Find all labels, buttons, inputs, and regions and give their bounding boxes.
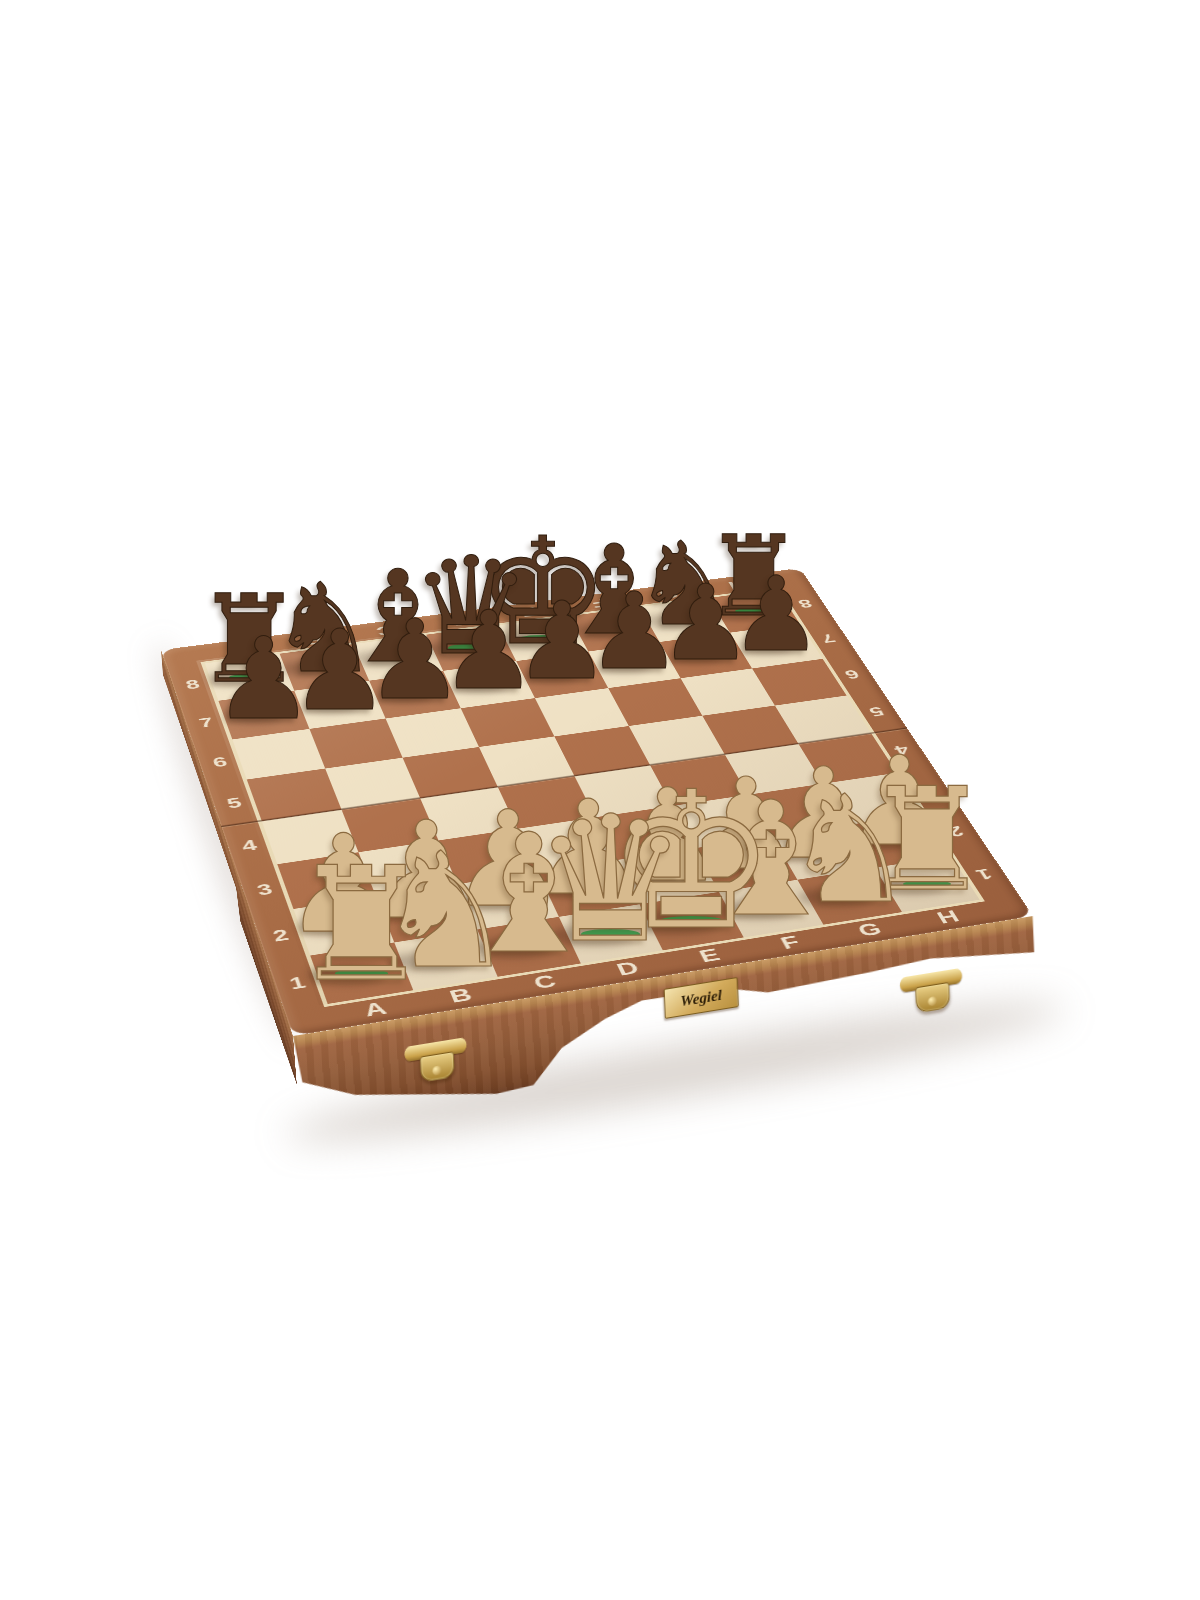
brass-latch-left xyxy=(404,1037,468,1085)
brand-nameplate: Wegiel xyxy=(664,977,739,1019)
brass-latch-right xyxy=(900,968,964,1016)
brand-nameplate-text: Wegiel xyxy=(680,986,722,1010)
product-photo-page: Wegiel AABBCCDDEEFFGGHH1122334455667788 … xyxy=(0,0,1200,1600)
